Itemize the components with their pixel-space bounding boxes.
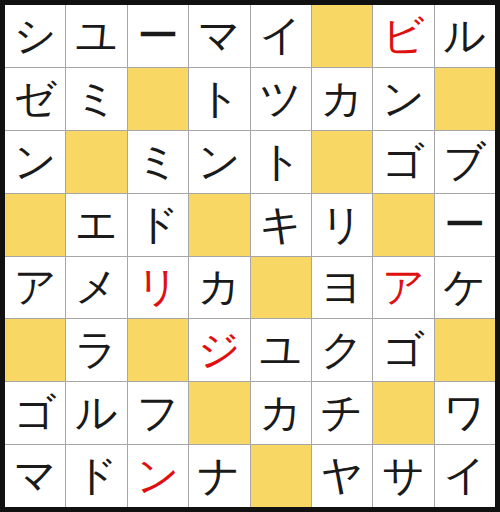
letter-cell-r5c8[interactable]: ケ [435, 257, 495, 319]
letter-cell-r4c6[interactable]: リ [312, 194, 372, 256]
block-cell-r7c7 [373, 382, 433, 444]
letter-cell-r3c1[interactable]: ン [5, 131, 65, 193]
letter-cell-r2c1[interactable]: ゼ [5, 68, 65, 130]
letter-cell-r1c7[interactable]: ビ [373, 5, 433, 67]
crossword-board: シユーマイビルゼミトツカンンミントゴブエドキリーアメリカヨアケラジユクゴゴルフカ… [0, 0, 500, 512]
letter-cell-r6c5[interactable]: ユ [251, 319, 311, 381]
letter-cell-r8c1[interactable]: マ [5, 445, 65, 507]
block-cell-r8c5 [251, 445, 311, 507]
letter-cell-r1c8[interactable]: ル [435, 5, 495, 67]
block-cell-r6c3 [128, 319, 188, 381]
block-cell-r2c3 [128, 68, 188, 130]
block-cell-r6c8 [435, 319, 495, 381]
letter-cell-r2c2[interactable]: ミ [66, 68, 126, 130]
letter-cell-r4c2[interactable]: エ [66, 194, 126, 256]
letter-cell-r7c6[interactable]: チ [312, 382, 372, 444]
letter-cell-r6c6[interactable]: ク [312, 319, 372, 381]
block-cell-r7c4 [189, 382, 249, 444]
letter-cell-r5c4[interactable]: カ [189, 257, 249, 319]
block-cell-r4c7 [373, 194, 433, 256]
block-cell-r5c5 [251, 257, 311, 319]
letter-cell-r3c4[interactable]: ン [189, 131, 249, 193]
letter-cell-r1c2[interactable]: ユ [66, 5, 126, 67]
block-cell-r4c1 [5, 194, 65, 256]
letter-cell-r6c2[interactable]: ラ [66, 319, 126, 381]
letter-cell-r8c3[interactable]: ン [128, 445, 188, 507]
letter-cell-r5c7[interactable]: ア [373, 257, 433, 319]
block-cell-r4c4 [189, 194, 249, 256]
letter-cell-r3c5[interactable]: ト [251, 131, 311, 193]
block-cell-r3c2 [66, 131, 126, 193]
letter-cell-r8c6[interactable]: ヤ [312, 445, 372, 507]
letter-cell-r7c3[interactable]: フ [128, 382, 188, 444]
letter-cell-r4c8[interactable]: ー [435, 194, 495, 256]
block-cell-r1c6 [312, 5, 372, 67]
letter-cell-r8c7[interactable]: サ [373, 445, 433, 507]
block-cell-r3c6 [312, 131, 372, 193]
letter-cell-r2c5[interactable]: ツ [251, 68, 311, 130]
letter-cell-r3c7[interactable]: ゴ [373, 131, 433, 193]
letter-cell-r6c4[interactable]: ジ [189, 319, 249, 381]
letter-cell-r4c3[interactable]: ド [128, 194, 188, 256]
letter-cell-r2c6[interactable]: カ [312, 68, 372, 130]
letter-cell-r2c7[interactable]: ン [373, 68, 433, 130]
letter-cell-r5c1[interactable]: ア [5, 257, 65, 319]
letter-cell-r7c8[interactable]: ワ [435, 382, 495, 444]
letter-cell-r5c2[interactable]: メ [66, 257, 126, 319]
block-cell-r6c1 [5, 319, 65, 381]
letter-cell-r7c5[interactable]: カ [251, 382, 311, 444]
letter-cell-r1c3[interactable]: ー [128, 5, 188, 67]
letter-cell-r5c6[interactable]: ヨ [312, 257, 372, 319]
letter-cell-r1c5[interactable]: イ [251, 5, 311, 67]
letter-cell-r1c1[interactable]: シ [5, 5, 65, 67]
block-cell-r2c8 [435, 68, 495, 130]
letter-cell-r8c4[interactable]: ナ [189, 445, 249, 507]
letter-cell-r8c2[interactable]: ド [66, 445, 126, 507]
letter-cell-r8c8[interactable]: イ [435, 445, 495, 507]
letter-cell-r7c2[interactable]: ル [66, 382, 126, 444]
letter-cell-r3c8[interactable]: ブ [435, 131, 495, 193]
letter-cell-r2c4[interactable]: ト [189, 68, 249, 130]
letter-cell-r7c1[interactable]: ゴ [5, 382, 65, 444]
letter-cell-r6c7[interactable]: ゴ [373, 319, 433, 381]
letter-cell-r4c5[interactable]: キ [251, 194, 311, 256]
letter-cell-r3c3[interactable]: ミ [128, 131, 188, 193]
letter-cell-r5c3[interactable]: リ [128, 257, 188, 319]
letter-cell-r1c4[interactable]: マ [189, 5, 249, 67]
